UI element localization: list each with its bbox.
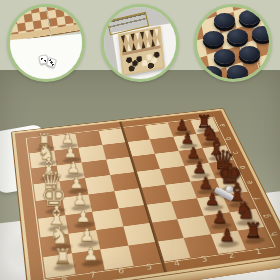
white-pawn: ♟ [79, 226, 95, 243]
white-pawn: ♟ [75, 208, 90, 225]
inset-checkers-closeup: 8 [194, 4, 272, 82]
black-pawn: ♟ [219, 227, 235, 244]
white-rook: ♜ [53, 245, 72, 266]
backgammon-point [120, 35, 126, 45]
backgammon-point [130, 33, 136, 43]
white-pawn: ♟ [72, 191, 87, 208]
backgammon-point [149, 29, 155, 39]
checker-disc [252, 26, 272, 41]
open-board-interior [118, 26, 165, 76]
checker-disc [214, 13, 235, 28]
checker-disc [239, 10, 260, 25]
checker-disc [227, 29, 248, 44]
checker-disc [214, 49, 235, 64]
clasp-knob [226, 186, 233, 193]
black-rook: ♜ [244, 220, 262, 241]
inset-folded-board-dice [7, 4, 85, 82]
checker-disc [239, 46, 260, 61]
backgammon-point [154, 28, 160, 38]
metal-clasp [212, 182, 242, 208]
product-photo: ♜♟♟♜♞♟♟♞♝♟♟♝♛♟♟♛♚♟♟♚♝♟♟♝♞♟♟♞♜♟♟♜ 8765432… [0, 0, 280, 280]
white-pawn: ♟ [83, 245, 99, 263]
main-photo: ♜♟♟♜♞♟♟♞♝♟♟♝♛♟♟♛♚♟♟♚♝♟♟♝♞♟♟♞♜♟♟♜ 8765432… [0, 70, 280, 280]
backgammon-point [125, 34, 131, 44]
inset-backgammon-storage [101, 4, 179, 82]
checker-disc [227, 65, 248, 80]
backgammon-point [135, 32, 141, 42]
black-pawn: ♟ [212, 208, 227, 225]
backgammon-point [144, 30, 150, 40]
backgammon-point [139, 31, 145, 41]
